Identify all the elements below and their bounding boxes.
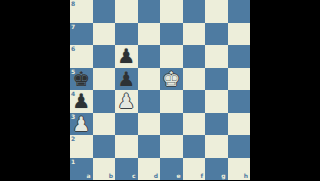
letterbox-background: 876♟5♚♟♚4♟♟3♟21abcdefgh (0, 0, 320, 180)
white-pawn[interactable]: ♟ (117, 91, 135, 111)
square-d1[interactable]: d (138, 158, 161, 181)
square-g1[interactable]: g (205, 158, 228, 181)
black-pawn[interactable]: ♟ (117, 68, 135, 88)
square-h1[interactable]: h (228, 158, 251, 181)
black-pawn[interactable]: ♟ (117, 46, 135, 66)
square-b7[interactable] (93, 23, 116, 46)
black-pawn[interactable]: ♟ (72, 91, 90, 111)
file-label-a: a (86, 173, 90, 179)
square-d3[interactable] (138, 113, 161, 136)
square-d4[interactable] (138, 90, 161, 113)
square-c1[interactable]: c (115, 158, 138, 181)
square-e1[interactable]: e (160, 158, 183, 181)
file-label-d: d (154, 173, 158, 179)
square-e3[interactable] (160, 113, 183, 136)
square-h4[interactable] (228, 90, 251, 113)
square-h8[interactable] (228, 0, 251, 23)
square-e4[interactable] (160, 90, 183, 113)
square-b6[interactable] (93, 45, 116, 68)
square-d6[interactable] (138, 45, 161, 68)
square-c3[interactable] (115, 113, 138, 136)
square-a7[interactable]: 7 (70, 23, 93, 46)
square-d5[interactable] (138, 68, 161, 91)
file-label-b: b (109, 173, 113, 179)
square-f5[interactable] (183, 68, 206, 91)
file-label-e: e (176, 173, 180, 179)
square-g8[interactable] (205, 0, 228, 23)
square-g5[interactable] (205, 68, 228, 91)
square-d8[interactable] (138, 0, 161, 23)
square-h2[interactable] (228, 135, 251, 158)
square-g7[interactable] (205, 23, 228, 46)
square-b3[interactable] (93, 113, 116, 136)
square-a6[interactable]: 6 (70, 45, 93, 68)
square-a8[interactable]: 8 (70, 0, 93, 23)
square-g2[interactable] (205, 135, 228, 158)
square-f2[interactable] (183, 135, 206, 158)
square-c2[interactable] (115, 135, 138, 158)
file-label-h: h (244, 173, 248, 179)
square-h6[interactable] (228, 45, 251, 68)
square-e5[interactable]: ♚ (160, 68, 183, 91)
square-g3[interactable] (205, 113, 228, 136)
square-c4[interactable]: ♟ (115, 90, 138, 113)
square-h3[interactable] (228, 113, 251, 136)
square-h7[interactable] (228, 23, 251, 46)
square-a3[interactable]: 3♟ (70, 113, 93, 136)
square-e8[interactable] (160, 0, 183, 23)
square-e7[interactable] (160, 23, 183, 46)
square-f6[interactable] (183, 45, 206, 68)
file-label-c: c (132, 173, 136, 179)
square-b5[interactable] (93, 68, 116, 91)
square-g4[interactable] (205, 90, 228, 113)
square-f7[interactable] (183, 23, 206, 46)
square-a1[interactable]: 1a (70, 158, 93, 181)
square-e2[interactable] (160, 135, 183, 158)
file-label-f: f (200, 173, 203, 179)
chess-board: 876♟5♚♟♚4♟♟3♟21abcdefgh (70, 0, 250, 180)
square-g6[interactable] (205, 45, 228, 68)
square-b8[interactable] (93, 0, 116, 23)
rank-label-8: 8 (71, 1, 75, 7)
square-f8[interactable] (183, 0, 206, 23)
rank-label-7: 7 (71, 24, 75, 30)
square-f4[interactable] (183, 90, 206, 113)
square-b1[interactable]: b (93, 158, 116, 181)
rank-label-2: 2 (71, 136, 75, 142)
square-a2[interactable]: 2 (70, 135, 93, 158)
square-b2[interactable] (93, 135, 116, 158)
square-f3[interactable] (183, 113, 206, 136)
square-b4[interactable] (93, 90, 116, 113)
square-c7[interactable] (115, 23, 138, 46)
rank-label-1: 1 (71, 159, 75, 165)
square-a5[interactable]: 5♚ (70, 68, 93, 91)
square-d7[interactable] (138, 23, 161, 46)
white-king[interactable]: ♚ (162, 68, 180, 88)
file-label-g: g (221, 173, 225, 179)
square-d2[interactable] (138, 135, 161, 158)
square-c5[interactable]: ♟ (115, 68, 138, 91)
black-king[interactable]: ♚ (72, 68, 90, 88)
square-f1[interactable]: f (183, 158, 206, 181)
square-c6[interactable]: ♟ (115, 45, 138, 68)
rank-label-6: 6 (71, 46, 75, 52)
square-a4[interactable]: 4♟ (70, 90, 93, 113)
white-pawn[interactable]: ♟ (72, 113, 90, 133)
square-e6[interactable] (160, 45, 183, 68)
square-h5[interactable] (228, 68, 251, 91)
square-c8[interactable] (115, 0, 138, 23)
